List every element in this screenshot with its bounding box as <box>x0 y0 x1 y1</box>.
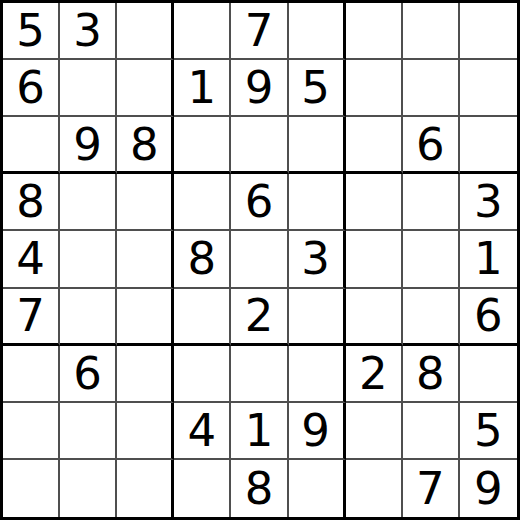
given-digit: 1 <box>245 408 274 453</box>
cell-r2c4[interactable]: 1 <box>174 60 231 117</box>
given-digit: 7 <box>16 293 45 338</box>
cell-r6c6[interactable] <box>289 289 346 346</box>
cell-r1c9[interactable] <box>460 3 517 60</box>
given-digit: 3 <box>474 179 503 224</box>
cell-r4c1[interactable]: 8 <box>3 174 60 231</box>
cell-r3c6[interactable] <box>289 117 346 174</box>
cell-r7c3[interactable] <box>117 346 174 403</box>
cell-r3c2[interactable]: 9 <box>60 117 117 174</box>
cell-r9c5[interactable]: 8 <box>231 460 288 517</box>
cell-r1c1[interactable]: 5 <box>3 3 60 60</box>
given-digit: 6 <box>16 65 45 110</box>
given-digit: 5 <box>16 8 45 53</box>
given-digit: 7 <box>245 8 274 53</box>
cell-r8c6[interactable]: 9 <box>289 403 346 460</box>
given-digit: 9 <box>474 466 503 511</box>
cell-r4c5[interactable]: 6 <box>231 174 288 231</box>
cell-r8c7[interactable] <box>346 403 403 460</box>
given-digit: 8 <box>130 122 159 167</box>
cell-r4c8[interactable] <box>403 174 460 231</box>
given-digit: 1 <box>188 65 217 110</box>
cell-r8c3[interactable] <box>117 403 174 460</box>
given-digit: 4 <box>188 408 217 453</box>
cell-r7c7[interactable]: 2 <box>346 346 403 403</box>
cell-r2c7[interactable] <box>346 60 403 117</box>
cell-r7c1[interactable] <box>3 346 60 403</box>
cell-r5c1[interactable]: 4 <box>3 231 60 288</box>
given-digit: 8 <box>188 236 217 281</box>
cell-r4c7[interactable] <box>346 174 403 231</box>
cell-r3c5[interactable] <box>231 117 288 174</box>
given-digit: 7 <box>416 466 445 511</box>
cell-r3c4[interactable] <box>174 117 231 174</box>
cell-r1c4[interactable] <box>174 3 231 60</box>
cell-r8c5[interactable]: 1 <box>231 403 288 460</box>
cell-r8c4[interactable]: 4 <box>174 403 231 460</box>
cell-r5c7[interactable] <box>346 231 403 288</box>
cell-r6c8[interactable] <box>403 289 460 346</box>
cell-r6c2[interactable] <box>60 289 117 346</box>
cell-r9c3[interactable] <box>117 460 174 517</box>
cell-r7c8[interactable]: 8 <box>403 346 460 403</box>
cell-r2c1[interactable]: 6 <box>3 60 60 117</box>
cell-r7c4[interactable] <box>174 346 231 403</box>
given-digit: 8 <box>16 179 45 224</box>
cell-r2c3[interactable] <box>117 60 174 117</box>
cell-r7c2[interactable]: 6 <box>60 346 117 403</box>
cell-r3c1[interactable] <box>3 117 60 174</box>
cell-r3c3[interactable]: 8 <box>117 117 174 174</box>
cell-r6c5[interactable]: 2 <box>231 289 288 346</box>
cell-r3c9[interactable] <box>460 117 517 174</box>
given-digit: 6 <box>245 179 274 224</box>
cell-r1c2[interactable]: 3 <box>60 3 117 60</box>
cell-r4c3[interactable] <box>117 174 174 231</box>
cell-r7c6[interactable] <box>289 346 346 403</box>
cell-r1c8[interactable] <box>403 3 460 60</box>
given-digit: 6 <box>416 122 445 167</box>
cell-r1c5[interactable]: 7 <box>231 3 288 60</box>
given-digit: 2 <box>359 351 388 396</box>
cell-r9c8[interactable]: 7 <box>403 460 460 517</box>
cell-r5c2[interactable] <box>60 231 117 288</box>
cell-r5c8[interactable] <box>403 231 460 288</box>
cell-r2c8[interactable] <box>403 60 460 117</box>
cell-r1c3[interactable] <box>117 3 174 60</box>
given-digit: 5 <box>474 408 503 453</box>
cell-r2c9[interactable] <box>460 60 517 117</box>
given-digit: 9 <box>245 65 274 110</box>
cell-r4c6[interactable] <box>289 174 346 231</box>
given-digit: 8 <box>416 351 445 396</box>
cell-r8c1[interactable] <box>3 403 60 460</box>
cell-r7c5[interactable] <box>231 346 288 403</box>
cell-r6c7[interactable] <box>346 289 403 346</box>
cell-r6c1[interactable]: 7 <box>3 289 60 346</box>
cell-r1c6[interactable] <box>289 3 346 60</box>
cell-r7c9[interactable] <box>460 346 517 403</box>
given-digit: 9 <box>301 408 330 453</box>
cell-r8c8[interactable] <box>403 403 460 460</box>
given-digit: 3 <box>73 8 102 53</box>
cell-r8c9[interactable]: 5 <box>460 403 517 460</box>
cell-r9c4[interactable] <box>174 460 231 517</box>
cell-r9c1[interactable] <box>3 460 60 517</box>
cell-r6c3[interactable] <box>117 289 174 346</box>
cell-r8c2[interactable] <box>60 403 117 460</box>
cell-r3c8[interactable]: 6 <box>403 117 460 174</box>
given-digit: 8 <box>245 466 274 511</box>
cell-r4c2[interactable] <box>60 174 117 231</box>
cell-r3c7[interactable] <box>346 117 403 174</box>
cell-r6c9[interactable]: 6 <box>460 289 517 346</box>
cell-r9c9[interactable]: 9 <box>460 460 517 517</box>
given-digit: 6 <box>474 293 503 338</box>
given-digit: 4 <box>16 236 45 281</box>
cell-r5c6[interactable]: 3 <box>289 231 346 288</box>
cell-r5c5[interactable] <box>231 231 288 288</box>
given-digit: 5 <box>301 65 330 110</box>
sudoku-board: 537619598686348317266284195879 <box>0 0 520 520</box>
cell-r6c4[interactable] <box>174 289 231 346</box>
cell-r5c9[interactable]: 1 <box>460 231 517 288</box>
cell-r2c2[interactable] <box>60 60 117 117</box>
cell-r5c3[interactable] <box>117 231 174 288</box>
given-digit: 2 <box>245 293 274 338</box>
cell-r9c2[interactable] <box>60 460 117 517</box>
given-digit: 1 <box>474 236 503 281</box>
cell-r1c7[interactable] <box>346 3 403 60</box>
given-digit: 3 <box>301 236 330 281</box>
cell-r4c9[interactable]: 3 <box>460 174 517 231</box>
cell-r9c7[interactable] <box>346 460 403 517</box>
cell-r9c6[interactable] <box>289 460 346 517</box>
given-digit: 9 <box>73 122 102 167</box>
cell-r2c5[interactable]: 9 <box>231 60 288 117</box>
given-digit: 6 <box>73 351 102 396</box>
cell-r5c4[interactable]: 8 <box>174 231 231 288</box>
cell-r4c4[interactable] <box>174 174 231 231</box>
cell-r2c6[interactable]: 5 <box>289 60 346 117</box>
